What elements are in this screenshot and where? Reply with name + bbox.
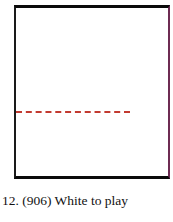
page: 12. (906) White to play	[0, 0, 173, 222]
board-frame	[14, 5, 170, 179]
chess-board	[16, 8, 168, 176]
diagram-caption: 12. (906) White to play	[2, 193, 172, 209]
scan-artifact-red-line	[16, 111, 130, 113]
